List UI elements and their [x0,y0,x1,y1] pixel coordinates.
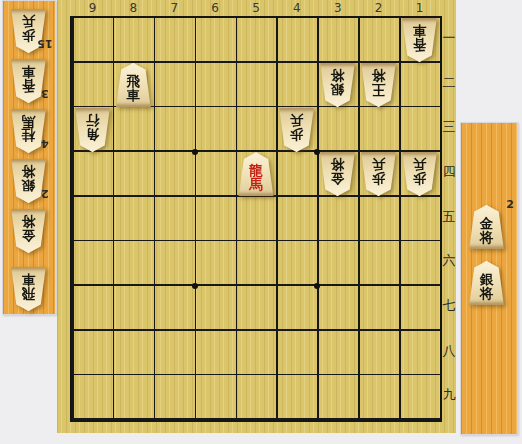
square-13[interactable] [399,107,440,152]
piece-sente-rook[interactable]: 飛車 [115,63,152,107]
piece-gote-gold[interactable]: 金将 [319,152,356,196]
board-grid: 飛車龍馬香車王将銀将角行歩兵金将歩兵歩兵 [70,16,442,422]
square-42[interactable] [276,63,317,108]
square-33[interactable] [317,107,358,152]
piece-inner: 銀将 [468,261,505,305]
file-label-8: 8 [113,1,154,15]
square-21[interactable] [358,18,399,63]
rank-label-6: 六 [441,239,457,284]
square-94[interactable] [72,152,113,197]
piece-inner: 金将 [468,205,505,249]
captured-piece-count: 2 [501,198,519,211]
square-95[interactable] [72,197,113,242]
square-49[interactable] [276,375,317,420]
piece-kanji-label: 金将 [330,157,346,186]
rank-label-2: 二 [441,61,457,106]
square-38[interactable] [317,331,358,376]
square-67[interactable] [195,286,236,331]
rank-label-8: 八 [441,329,457,374]
square-47[interactable] [276,286,317,331]
rank-label-5: 五 [441,195,457,240]
piece-inner: 歩兵 [401,152,438,196]
piece-inner: 香車 [401,18,438,62]
square-69[interactable] [195,375,236,420]
captured-piece-count: 2 [36,187,54,200]
square-41[interactable] [276,18,317,63]
rank-label-1: 一 [441,16,457,61]
square-98[interactable] [72,331,113,376]
square-62[interactable] [195,63,236,108]
square-73[interactable] [154,107,195,152]
square-31[interactable] [317,18,358,63]
captured-piece-count: 4 [36,137,54,150]
square-39[interactable] [317,375,358,420]
square-56[interactable] [236,241,277,286]
square-29[interactable] [358,375,399,420]
shogi-app: 987654321 一二三四五六七八九 飛車龍馬香車王将銀将角行歩兵金将歩兵歩兵… [0,0,522,444]
square-27[interactable] [358,286,399,331]
square-17[interactable] [399,286,440,331]
piece-inner: 角行 [74,108,111,152]
piece-gote-lance[interactable]: 香車 [401,18,438,62]
piece-kanji-label: 銀将 [330,68,346,97]
piece-gote-pawn[interactable]: 歩兵 [278,108,315,152]
square-96[interactable] [72,241,113,286]
file-label-7: 7 [154,1,195,15]
square-71[interactable] [154,18,195,63]
square-57[interactable] [236,286,277,331]
square-85[interactable] [113,197,154,242]
sente-captured-pieces-tray: 金将2銀将 [460,122,518,435]
file-coordinate-labels: 987654321 [70,0,443,16]
square-76[interactable] [154,241,195,286]
piece-gote-pawn[interactable]: 歩兵 [360,152,397,196]
square-19[interactable] [399,375,440,420]
square-18[interactable] [399,331,440,376]
piece-kanji-label: 香車 [21,64,37,93]
square-61[interactable] [195,18,236,63]
square-59[interactable] [236,375,277,420]
piece-kanji-label: 金将 [479,215,495,244]
square-25[interactable] [358,197,399,242]
square-84[interactable] [113,152,154,197]
square-46[interactable] [276,241,317,286]
square-89[interactable] [113,375,154,420]
square-53[interactable] [236,107,277,152]
piece-kanji-label: 王将 [371,68,387,97]
piece-gote-king[interactable]: 王将 [360,63,397,107]
gote-captured-pieces-tray: 歩兵15香車3桂馬4銀将2金将飛車 [2,0,56,315]
captured-piece-count: 15 [36,37,54,50]
piece-kanji-label: 香車 [412,23,428,52]
square-36[interactable] [317,241,358,286]
square-86[interactable] [113,241,154,286]
piece-gote-gold[interactable]: 金将 [10,209,47,253]
square-48[interactable] [276,331,317,376]
piece-gote-pawn[interactable]: 歩兵 [401,152,438,196]
square-87[interactable] [113,286,154,331]
square-99[interactable] [72,375,113,420]
square-79[interactable] [154,375,195,420]
file-label-5: 5 [236,1,277,15]
square-75[interactable] [154,197,195,242]
square-55[interactable] [236,197,277,242]
hoshi-star-point [192,283,198,289]
piece-inner: 金将 [319,152,356,196]
square-35[interactable] [317,197,358,242]
piece-gote-bishop[interactable]: 角行 [74,108,111,152]
square-72[interactable] [154,63,195,108]
square-52[interactable] [236,63,277,108]
square-45[interactable] [276,197,317,242]
square-64[interactable] [195,152,236,197]
piece-inner: 飛車 [10,267,47,311]
square-44[interactable] [276,152,317,197]
square-77[interactable] [154,286,195,331]
piece-sente-silver[interactable]: 銀将 [468,261,505,305]
square-68[interactable] [195,331,236,376]
square-81[interactable] [113,18,154,63]
piece-kanji-label: 桂馬 [21,114,37,143]
file-label-3: 3 [317,1,358,15]
square-58[interactable] [236,331,277,376]
square-12[interactable] [399,63,440,108]
hoshi-star-point [314,283,320,289]
square-74[interactable] [154,152,195,197]
piece-kanji-label: 歩兵 [289,113,305,142]
rank-label-9: 九 [441,373,457,418]
piece-kanji-label: 飛車 [125,73,141,102]
square-37[interactable] [317,286,358,331]
piece-sente-gold[interactable]: 金将 [468,205,505,249]
piece-kanji-label: 金将 [21,214,37,243]
square-65[interactable] [195,197,236,242]
rank-label-7: 七 [441,284,457,329]
piece-inner: 銀将 [319,63,356,107]
hoshi-star-point [192,149,198,155]
square-78[interactable] [154,331,195,376]
piece-kanji-label: 歩兵 [412,157,428,186]
piece-kanji-label: 歩兵 [21,14,37,43]
captured-piece-count: 3 [36,87,54,100]
square-88[interactable] [113,331,154,376]
piece-kanji-label: 銀将 [21,164,37,193]
piece-kanji-label: 角行 [84,113,100,142]
piece-inner: 飛車 [115,63,152,107]
piece-inner: 龍馬 [238,152,275,196]
square-92[interactable] [72,63,113,108]
piece-kanji-label: 銀将 [479,271,495,300]
square-66[interactable] [195,241,236,286]
square-26[interactable] [358,241,399,286]
rank-coordinate-labels: 一二三四五六七八九 [441,16,457,418]
file-label-1: 1 [399,1,440,15]
square-28[interactable] [358,331,399,376]
rank-label-4: 四 [441,150,457,195]
rank-label-3: 三 [441,105,457,150]
piece-inner: 金将 [10,209,47,253]
file-label-4: 4 [276,1,317,15]
square-97[interactable] [72,286,113,331]
square-15[interactable] [399,197,440,242]
square-51[interactable] [236,18,277,63]
piece-inner: 歩兵 [278,108,315,152]
square-23[interactable] [358,107,399,152]
file-label-9: 9 [72,1,113,15]
piece-kanji-label: 歩兵 [371,157,387,186]
piece-kanji-label: 龍馬 [248,162,264,191]
square-91[interactable] [72,18,113,63]
piece-gote-rook[interactable]: 飛車 [10,267,47,311]
piece-sente-promoted-bishop-horse[interactable]: 龍馬 [238,152,275,196]
piece-gote-silver[interactable]: 銀将 [319,63,356,107]
piece-kanji-label: 飛車 [21,272,37,301]
square-83[interactable] [113,107,154,152]
file-label-2: 2 [358,1,399,15]
piece-inner: 歩兵 [360,152,397,196]
square-63[interactable] [195,107,236,152]
square-16[interactable] [399,241,440,286]
piece-inner: 王将 [360,63,397,107]
file-label-6: 6 [195,1,236,15]
